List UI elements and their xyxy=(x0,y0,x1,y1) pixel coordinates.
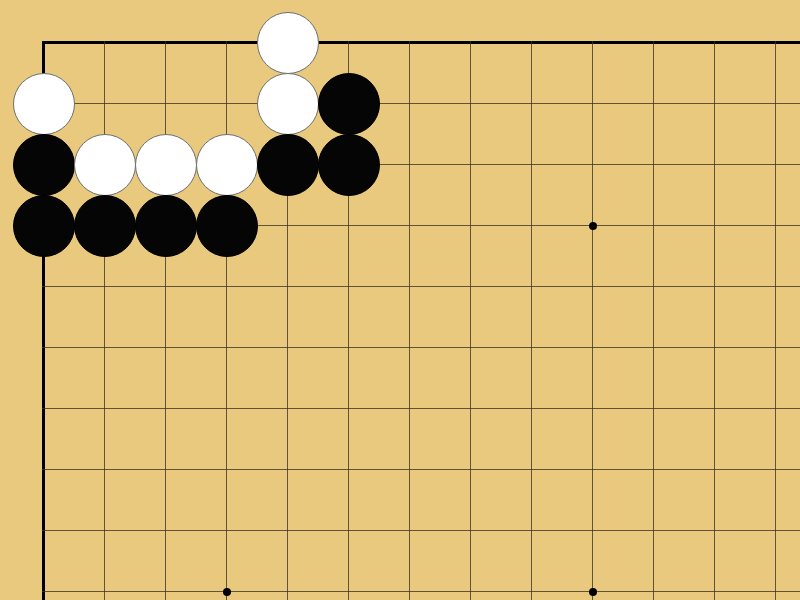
intersection-C18[interactable] xyxy=(135,73,196,134)
star-point xyxy=(223,588,231,596)
intersection-N17[interactable] xyxy=(745,134,800,195)
intersection-C13[interactable] xyxy=(135,378,196,439)
intersection-B16[interactable] xyxy=(74,195,135,256)
intersection-E18[interactable] xyxy=(257,73,318,134)
intersection-E15[interactable] xyxy=(257,256,318,317)
intersection-L14[interactable] xyxy=(623,317,684,378)
intersection-L12[interactable] xyxy=(623,439,684,500)
intersection-C12[interactable] xyxy=(135,439,196,500)
intersection-B11[interactable] xyxy=(74,500,135,561)
intersection-K11[interactable] xyxy=(562,500,623,561)
intersection-K14[interactable] xyxy=(562,317,623,378)
intersection-M18[interactable] xyxy=(684,73,745,134)
intersection-E10[interactable] xyxy=(257,561,318,600)
intersection-D16[interactable] xyxy=(196,195,257,256)
black-stone xyxy=(13,195,75,257)
intersection-L15[interactable] xyxy=(623,256,684,317)
intersection-C14[interactable] xyxy=(135,317,196,378)
intersection-A12[interactable] xyxy=(13,439,74,500)
intersection-H18[interactable] xyxy=(440,73,501,134)
intersection-C19[interactable] xyxy=(135,12,196,73)
intersection-N19[interactable] xyxy=(745,12,800,73)
intersection-E11[interactable] xyxy=(257,500,318,561)
intersection-H16[interactable] xyxy=(440,195,501,256)
intersection-D15[interactable] xyxy=(196,256,257,317)
intersection-A15[interactable] xyxy=(13,256,74,317)
intersection-F11[interactable] xyxy=(318,500,379,561)
intersection-F12[interactable] xyxy=(318,439,379,500)
intersection-J18[interactable] xyxy=(501,73,562,134)
intersection-K15[interactable] xyxy=(562,256,623,317)
intersection-C16[interactable] xyxy=(135,195,196,256)
intersection-K10[interactable] xyxy=(562,561,623,600)
intersection-G13[interactable] xyxy=(379,378,440,439)
intersection-F16[interactable] xyxy=(318,195,379,256)
black-stone xyxy=(318,73,380,135)
intersection-F14[interactable] xyxy=(318,317,379,378)
intersection-A17[interactable] xyxy=(13,134,74,195)
intersection-C15[interactable] xyxy=(135,256,196,317)
intersection-F13[interactable] xyxy=(318,378,379,439)
intersection-L11[interactable] xyxy=(623,500,684,561)
intersection-M15[interactable] xyxy=(684,256,745,317)
white-stone xyxy=(74,134,136,196)
intersection-N10[interactable] xyxy=(745,561,800,600)
intersection-D17[interactable] xyxy=(196,134,257,195)
star-point xyxy=(589,222,597,230)
intersection-M12[interactable] xyxy=(684,439,745,500)
intersection-E19[interactable] xyxy=(257,12,318,73)
intersection-M16[interactable] xyxy=(684,195,745,256)
intersection-J11[interactable] xyxy=(501,500,562,561)
intersection-A14[interactable] xyxy=(13,317,74,378)
intersection-H15[interactable] xyxy=(440,256,501,317)
intersection-B17[interactable] xyxy=(74,134,135,195)
intersection-B10[interactable] xyxy=(74,561,135,600)
intersection-F10[interactable] xyxy=(318,561,379,600)
intersection-N12[interactable] xyxy=(745,439,800,500)
intersection-M11[interactable] xyxy=(684,500,745,561)
intersection-L17[interactable] xyxy=(623,134,684,195)
intersection-L18[interactable] xyxy=(623,73,684,134)
black-stone xyxy=(13,134,75,196)
board-grid xyxy=(13,12,800,600)
intersection-D14[interactable] xyxy=(196,317,257,378)
intersection-D11[interactable] xyxy=(196,500,257,561)
black-stone xyxy=(318,134,380,196)
intersection-A10[interactable] xyxy=(13,561,74,600)
intersection-E17[interactable] xyxy=(257,134,318,195)
intersection-B14[interactable] xyxy=(74,317,135,378)
intersection-K13[interactable] xyxy=(562,378,623,439)
intersection-C10[interactable] xyxy=(135,561,196,600)
intersection-J10[interactable] xyxy=(501,561,562,600)
intersection-E13[interactable] xyxy=(257,378,318,439)
intersection-N13[interactable] xyxy=(745,378,800,439)
white-stone xyxy=(257,73,319,135)
white-stone xyxy=(196,134,258,196)
intersection-B13[interactable] xyxy=(74,378,135,439)
intersection-B19[interactable] xyxy=(74,12,135,73)
intersection-B15[interactable] xyxy=(74,256,135,317)
intersection-C17[interactable] xyxy=(135,134,196,195)
intersection-B18[interactable] xyxy=(74,73,135,134)
intersection-G12[interactable] xyxy=(379,439,440,500)
intersection-H17[interactable] xyxy=(440,134,501,195)
intersection-J12[interactable] xyxy=(501,439,562,500)
intersection-N15[interactable] xyxy=(745,256,800,317)
intersection-G14[interactable] xyxy=(379,317,440,378)
intersection-H13[interactable] xyxy=(440,378,501,439)
intersection-M14[interactable] xyxy=(684,317,745,378)
black-stone xyxy=(74,195,136,257)
intersection-A18[interactable] xyxy=(13,73,74,134)
black-stone xyxy=(135,195,197,257)
intersection-G16[interactable] xyxy=(379,195,440,256)
black-stone xyxy=(196,195,258,257)
intersection-N18[interactable] xyxy=(745,73,800,134)
intersection-H12[interactable] xyxy=(440,439,501,500)
intersection-A16[interactable] xyxy=(13,195,74,256)
intersection-K19[interactable] xyxy=(562,12,623,73)
intersection-H19[interactable] xyxy=(440,12,501,73)
intersection-F18[interactable] xyxy=(318,73,379,134)
intersection-G11[interactable] xyxy=(379,500,440,561)
intersection-A13[interactable] xyxy=(13,378,74,439)
intersection-J14[interactable] xyxy=(501,317,562,378)
intersection-H14[interactable] xyxy=(440,317,501,378)
intersection-E16[interactable] xyxy=(257,195,318,256)
intersection-N14[interactable] xyxy=(745,317,800,378)
intersection-M19[interactable] xyxy=(684,12,745,73)
white-stone xyxy=(135,134,197,196)
intersection-D10[interactable] xyxy=(196,561,257,600)
intersection-F17[interactable] xyxy=(318,134,379,195)
intersection-N11[interactable] xyxy=(745,500,800,561)
intersection-F15[interactable] xyxy=(318,256,379,317)
intersection-G15[interactable] xyxy=(379,256,440,317)
intersection-J13[interactable] xyxy=(501,378,562,439)
intersection-N16[interactable] xyxy=(745,195,800,256)
intersection-A11[interactable] xyxy=(13,500,74,561)
intersection-E14[interactable] xyxy=(257,317,318,378)
intersection-E12[interactable] xyxy=(257,439,318,500)
intersection-A19[interactable] xyxy=(13,12,74,73)
intersection-D12[interactable] xyxy=(196,439,257,500)
intersection-H11[interactable] xyxy=(440,500,501,561)
intersection-M13[interactable] xyxy=(684,378,745,439)
intersection-L16[interactable] xyxy=(623,195,684,256)
intersection-F19[interactable] xyxy=(318,12,379,73)
white-stone xyxy=(257,12,319,74)
intersection-M17[interactable] xyxy=(684,134,745,195)
intersection-J16[interactable] xyxy=(501,195,562,256)
intersection-H10[interactable] xyxy=(440,561,501,600)
black-stone xyxy=(257,134,319,196)
intersection-G10[interactable] xyxy=(379,561,440,600)
intersection-J17[interactable] xyxy=(501,134,562,195)
white-stone xyxy=(13,73,75,135)
intersection-M10[interactable] xyxy=(684,561,745,600)
intersection-G19[interactable] xyxy=(379,12,440,73)
intersection-J15[interactable] xyxy=(501,256,562,317)
intersection-L13[interactable] xyxy=(623,378,684,439)
intersection-K16[interactable] xyxy=(562,195,623,256)
intersection-K17[interactable] xyxy=(562,134,623,195)
intersection-B12[interactable] xyxy=(74,439,135,500)
intersection-D18[interactable] xyxy=(196,73,257,134)
intersection-J19[interactable] xyxy=(501,12,562,73)
star-point xyxy=(589,588,597,596)
intersection-G17[interactable] xyxy=(379,134,440,195)
intersection-L10[interactable] xyxy=(623,561,684,600)
go-board xyxy=(0,0,800,600)
intersection-C11[interactable] xyxy=(135,500,196,561)
intersection-K12[interactable] xyxy=(562,439,623,500)
intersection-K18[interactable] xyxy=(562,73,623,134)
intersection-D19[interactable] xyxy=(196,12,257,73)
intersection-L19[interactable] xyxy=(623,12,684,73)
intersection-G18[interactable] xyxy=(379,73,440,134)
intersection-D13[interactable] xyxy=(196,378,257,439)
